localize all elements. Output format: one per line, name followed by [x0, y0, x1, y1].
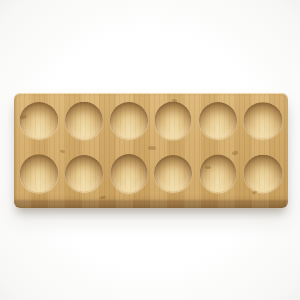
pit-cell-r2-c4 [151, 149, 196, 200]
pit-cell-r1-c5 [196, 95, 241, 146]
pit-cell-r2-c5 [196, 149, 241, 200]
mancala-board [14, 93, 288, 208]
pit-cell-r1-c3 [106, 95, 151, 146]
pit-r1-c6[interactable] [243, 102, 282, 139]
pit-r2-c2[interactable] [65, 155, 103, 192]
pit-cell-r1-c6 [240, 95, 285, 146]
pit-cell-r2-c3 [106, 149, 151, 200]
pit-r1-c3[interactable] [110, 102, 148, 139]
pit-r2-c6[interactable] [243, 155, 282, 193]
pit-cell-r1-c1 [17, 95, 62, 146]
pit-r1-c1[interactable] [20, 102, 59, 139]
pit-r2-c5[interactable] [200, 155, 236, 193]
pit-cell-r2-c6 [240, 149, 285, 200]
pit-r1-c2[interactable] [65, 101, 103, 139]
pit-r1-c4[interactable] [155, 101, 192, 139]
pit-r1-c5[interactable] [199, 102, 237, 139]
pit-cell-r1-c2 [62, 95, 107, 146]
photo-background [0, 0, 300, 300]
pit-r2-c3[interactable] [110, 154, 147, 193]
pit-r2-c1[interactable] [20, 155, 58, 193]
pit-cell-r2-c2 [62, 149, 107, 200]
pit-r2-c4[interactable] [154, 155, 192, 192]
pit-cell-r2-c1 [17, 149, 62, 200]
pit-cell-r1-c4 [151, 95, 196, 146]
